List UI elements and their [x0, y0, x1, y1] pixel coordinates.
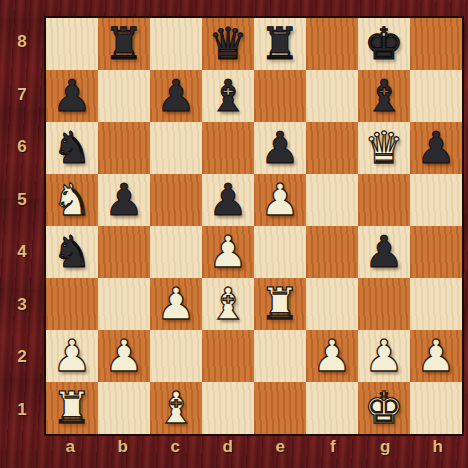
rank-label-2: 2 [0, 331, 44, 384]
file-label-c: c [149, 434, 202, 464]
square-e4[interactable] [254, 226, 306, 278]
black-king-g8: ♚ [358, 18, 410, 70]
rank-label-6: 6 [0, 121, 44, 174]
black-rook-b8: ♜ [98, 18, 150, 70]
square-h7[interactable] [410, 70, 462, 122]
file-labels: abcdefgh [44, 434, 464, 464]
square-d7[interactable]: ♝ [202, 70, 254, 122]
file-label-a: a [44, 434, 97, 464]
file-label-f: f [307, 434, 360, 464]
square-b8[interactable]: ♜ [98, 18, 150, 70]
black-queen-d8: ♛ [202, 18, 254, 70]
square-e8[interactable]: ♜ [254, 18, 306, 70]
square-c2[interactable] [150, 330, 202, 382]
square-a7[interactable]: ♟ [46, 70, 98, 122]
white-pawn-f2: ♟ [306, 330, 358, 382]
square-a2[interactable]: ♟ [46, 330, 98, 382]
black-pawn-g4: ♟ [358, 226, 410, 278]
file-label-h: h [412, 434, 465, 464]
square-g2[interactable]: ♟ [358, 330, 410, 382]
black-rook-e8: ♜ [254, 18, 306, 70]
square-f5[interactable] [306, 174, 358, 226]
black-knight-a4: ♞ [46, 226, 98, 278]
square-f3[interactable] [306, 278, 358, 330]
square-e6[interactable]: ♟ [254, 122, 306, 174]
square-d2[interactable] [202, 330, 254, 382]
square-f7[interactable] [306, 70, 358, 122]
black-pawn-c7: ♟ [150, 70, 202, 122]
black-pawn-a7: ♟ [46, 70, 98, 122]
square-h3[interactable] [410, 278, 462, 330]
square-f8[interactable] [306, 18, 358, 70]
square-g4[interactable]: ♟ [358, 226, 410, 278]
black-pawn-e6: ♟ [254, 122, 306, 174]
square-f2[interactable]: ♟ [306, 330, 358, 382]
square-h6[interactable]: ♟ [410, 122, 462, 174]
square-f1[interactable] [306, 382, 358, 434]
square-d8[interactable]: ♛ [202, 18, 254, 70]
square-a3[interactable] [46, 278, 98, 330]
file-label-b: b [97, 434, 150, 464]
square-g7[interactable]: ♝ [358, 70, 410, 122]
white-queen-g6: ♛ [358, 122, 410, 174]
chess-board-frame: 87654321 ♜♛♜♚♟♟♝♝♞♟♛♟♞♟♟♟♞♟♟♟♝♜♟♟♟♟♟♜♝♚ … [0, 0, 468, 468]
black-pawn-b5: ♟ [98, 174, 150, 226]
square-d1[interactable] [202, 382, 254, 434]
white-pawn-b2: ♟ [98, 330, 150, 382]
square-h1[interactable] [410, 382, 462, 434]
file-label-e: e [254, 434, 307, 464]
square-d4[interactable]: ♟ [202, 226, 254, 278]
square-b1[interactable] [98, 382, 150, 434]
square-d3[interactable]: ♝ [202, 278, 254, 330]
file-label-g: g [359, 434, 412, 464]
square-g3[interactable] [358, 278, 410, 330]
square-c6[interactable] [150, 122, 202, 174]
white-pawn-g2: ♟ [358, 330, 410, 382]
square-f6[interactable] [306, 122, 358, 174]
square-c1[interactable]: ♝ [150, 382, 202, 434]
square-h4[interactable] [410, 226, 462, 278]
square-a4[interactable]: ♞ [46, 226, 98, 278]
square-e3[interactable]: ♜ [254, 278, 306, 330]
square-a6[interactable]: ♞ [46, 122, 98, 174]
square-c4[interactable] [150, 226, 202, 278]
square-b2[interactable]: ♟ [98, 330, 150, 382]
square-a5[interactable]: ♞ [46, 174, 98, 226]
square-g6[interactable]: ♛ [358, 122, 410, 174]
square-c3[interactable]: ♟ [150, 278, 202, 330]
rank-label-1: 1 [0, 384, 44, 437]
square-c7[interactable]: ♟ [150, 70, 202, 122]
square-h5[interactable] [410, 174, 462, 226]
white-pawn-h2: ♟ [410, 330, 462, 382]
rank-label-3: 3 [0, 279, 44, 332]
white-rook-a1: ♜ [46, 382, 98, 434]
square-g8[interactable]: ♚ [358, 18, 410, 70]
white-bishop-c1: ♝ [150, 382, 202, 434]
square-h8[interactable] [410, 18, 462, 70]
square-d6[interactable] [202, 122, 254, 174]
square-h2[interactable]: ♟ [410, 330, 462, 382]
square-g1[interactable]: ♚ [358, 382, 410, 434]
square-b7[interactable] [98, 70, 150, 122]
square-e5[interactable]: ♟ [254, 174, 306, 226]
file-label-d: d [202, 434, 255, 464]
square-b5[interactable]: ♟ [98, 174, 150, 226]
rank-label-4: 4 [0, 226, 44, 279]
square-c5[interactable] [150, 174, 202, 226]
black-knight-a6: ♞ [46, 122, 98, 174]
chess-board: ♜♛♜♚♟♟♝♝♞♟♛♟♞♟♟♟♞♟♟♟♝♜♟♟♟♟♟♜♝♚ [44, 16, 464, 436]
square-b3[interactable] [98, 278, 150, 330]
white-knight-a5: ♞ [46, 174, 98, 226]
square-g5[interactable] [358, 174, 410, 226]
rank-label-7: 7 [0, 69, 44, 122]
white-rook-e3: ♜ [254, 278, 306, 330]
rank-labels: 87654321 [0, 16, 44, 436]
white-bishop-d3: ♝ [202, 278, 254, 330]
square-b6[interactable] [98, 122, 150, 174]
white-pawn-c3: ♟ [150, 278, 202, 330]
black-pawn-d5: ♟ [202, 174, 254, 226]
black-bishop-g7: ♝ [358, 70, 410, 122]
square-a8[interactable] [46, 18, 98, 70]
rank-label-5: 5 [0, 174, 44, 227]
square-e1[interactable] [254, 382, 306, 434]
white-king-g1: ♚ [358, 382, 410, 434]
square-d5[interactable]: ♟ [202, 174, 254, 226]
square-e2[interactable] [254, 330, 306, 382]
white-pawn-d4: ♟ [202, 226, 254, 278]
square-f4[interactable] [306, 226, 358, 278]
black-pawn-h6: ♟ [410, 122, 462, 174]
square-c8[interactable] [150, 18, 202, 70]
white-pawn-a2: ♟ [46, 330, 98, 382]
square-a1[interactable]: ♜ [46, 382, 98, 434]
white-pawn-e5: ♟ [254, 174, 306, 226]
black-bishop-d7: ♝ [202, 70, 254, 122]
square-b4[interactable] [98, 226, 150, 278]
square-e7[interactable] [254, 70, 306, 122]
rank-label-8: 8 [0, 16, 44, 69]
